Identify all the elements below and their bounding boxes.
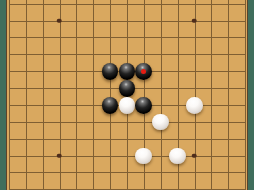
board-cell[interactable] (17, 97, 34, 114)
board-cell[interactable] (51, 97, 68, 114)
board-cell[interactable] (85, 181, 102, 190)
white-stone (169, 148, 186, 165)
star-point (192, 19, 197, 24)
board-cell[interactable] (186, 131, 203, 148)
board-cell[interactable] (34, 164, 51, 181)
board-cell[interactable] (0, 181, 17, 190)
board-cell[interactable] (169, 0, 186, 12)
board-cell[interactable] (169, 114, 186, 131)
board-cell[interactable] (34, 80, 51, 97)
board-cell[interactable] (135, 12, 152, 29)
board-cell[interactable] (135, 63, 152, 80)
board-cell[interactable] (237, 29, 254, 46)
board-cell[interactable] (186, 29, 203, 46)
board-cell[interactable] (0, 63, 17, 80)
board-cell[interactable] (34, 12, 51, 29)
board-cell[interactable] (102, 114, 119, 131)
board-cell[interactable] (51, 164, 68, 181)
board-cell[interactable] (51, 114, 68, 131)
board-cell[interactable] (203, 0, 220, 12)
board-cell[interactable] (152, 29, 169, 46)
board-cell[interactable] (85, 63, 102, 80)
gomoku-app-screen (0, 0, 254, 190)
board-cell[interactable] (169, 63, 186, 80)
board-cell[interactable] (51, 181, 68, 190)
board-cell[interactable] (152, 114, 169, 131)
board-cell[interactable] (135, 164, 152, 181)
board-cell[interactable] (186, 114, 203, 131)
board-cell[interactable] (68, 131, 85, 148)
board-cell[interactable] (237, 114, 254, 131)
board-cell[interactable] (102, 63, 119, 80)
board-cell[interactable] (152, 131, 169, 148)
board-cell[interactable] (169, 181, 186, 190)
board-cell[interactable] (152, 63, 169, 80)
board-cell[interactable] (68, 12, 85, 29)
board-cell[interactable] (85, 131, 102, 148)
board-cell[interactable] (220, 29, 237, 46)
board-cell[interactable] (17, 63, 34, 80)
board-cell[interactable] (118, 80, 135, 97)
star-point (192, 154, 197, 159)
board-cell[interactable] (152, 181, 169, 190)
board-cell[interactable] (85, 46, 102, 63)
board-cell[interactable] (220, 63, 237, 80)
board-cell[interactable] (17, 147, 34, 164)
board-cell[interactable] (102, 97, 119, 114)
board-cell[interactable] (237, 97, 254, 114)
board-cell[interactable] (85, 97, 102, 114)
board-cell[interactable] (51, 12, 68, 29)
black-stone (135, 97, 152, 114)
board-cell[interactable] (118, 97, 135, 114)
board-cell[interactable] (203, 46, 220, 63)
board-cell[interactable] (118, 29, 135, 46)
board-cell[interactable] (85, 12, 102, 29)
board-cell[interactable] (85, 164, 102, 181)
board-cell[interactable] (17, 29, 34, 46)
board-cell[interactable] (118, 131, 135, 148)
board-cell[interactable] (152, 97, 169, 114)
board-cell[interactable] (85, 147, 102, 164)
board-cell[interactable] (34, 63, 51, 80)
board-cell[interactable] (0, 114, 17, 131)
board-cell[interactable] (102, 131, 119, 148)
board-cell[interactable] (68, 114, 85, 131)
board-cell[interactable] (51, 0, 68, 12)
board-cell[interactable] (17, 46, 34, 63)
board-cell[interactable] (152, 0, 169, 12)
black-stone (135, 63, 152, 80)
board-cell[interactable] (68, 0, 85, 12)
board-cell[interactable] (169, 12, 186, 29)
board-cell[interactable] (186, 63, 203, 80)
board-cell[interactable] (135, 46, 152, 63)
board-cell[interactable] (68, 97, 85, 114)
board-cell[interactable] (152, 80, 169, 97)
board-cell[interactable] (17, 181, 34, 190)
board-cell[interactable] (186, 181, 203, 190)
board-cell[interactable] (102, 80, 119, 97)
board-cell[interactable] (220, 97, 237, 114)
board-cell[interactable] (203, 97, 220, 114)
board-cell[interactable] (118, 63, 135, 80)
board-cell[interactable] (152, 164, 169, 181)
board-cell[interactable] (203, 147, 220, 164)
black-stone (102, 97, 119, 114)
board-cell[interactable] (51, 131, 68, 148)
board-cell[interactable] (220, 147, 237, 164)
star-point (57, 154, 62, 159)
board-cell[interactable] (152, 147, 169, 164)
board-cell[interactable] (237, 181, 254, 190)
board-cell[interactable] (186, 97, 203, 114)
board-cell[interactable] (169, 164, 186, 181)
board-cell[interactable] (152, 12, 169, 29)
board-cell[interactable] (0, 12, 17, 29)
board-cell[interactable] (102, 147, 119, 164)
board-cell[interactable] (169, 80, 186, 97)
board-cell[interactable] (237, 80, 254, 97)
board-cell[interactable] (17, 164, 34, 181)
board-cell[interactable] (237, 63, 254, 80)
board-cell[interactable] (203, 12, 220, 29)
board-cell[interactable] (203, 63, 220, 80)
board-cell[interactable] (220, 46, 237, 63)
board-cell[interactable] (102, 181, 119, 190)
black-stone (102, 63, 119, 80)
star-point (57, 19, 62, 24)
board-cell[interactable] (135, 29, 152, 46)
board-cell[interactable] (85, 0, 102, 12)
board-cell[interactable] (118, 114, 135, 131)
board-cell[interactable] (17, 114, 34, 131)
board-cell[interactable] (0, 46, 17, 63)
board-cell[interactable] (152, 46, 169, 63)
board-cell[interactable] (0, 29, 17, 46)
board-cell[interactable] (102, 29, 119, 46)
board-cell[interactable] (169, 46, 186, 63)
board-cell[interactable] (102, 0, 119, 12)
board-cell[interactable] (68, 181, 85, 190)
board-cell[interactable] (0, 147, 17, 164)
board-cell[interactable] (118, 181, 135, 190)
board-cell[interactable] (220, 80, 237, 97)
board-cell[interactable] (220, 114, 237, 131)
white-stone (186, 97, 203, 114)
black-stone (119, 63, 136, 80)
board-cell[interactable] (17, 131, 34, 148)
board-cell[interactable] (203, 80, 220, 97)
board-cell[interactable] (203, 131, 220, 148)
board-cell[interactable] (237, 46, 254, 63)
board-cell[interactable] (51, 80, 68, 97)
board-cell[interactable] (220, 131, 237, 148)
board-cell[interactable] (203, 29, 220, 46)
board-cell[interactable] (0, 80, 17, 97)
board-cell[interactable] (118, 12, 135, 29)
board-cell[interactable] (51, 29, 68, 46)
board-cell[interactable] (102, 46, 119, 63)
board-cell[interactable] (118, 0, 135, 12)
board-cell[interactable] (17, 80, 34, 97)
board-cell[interactable] (237, 164, 254, 181)
board-cell[interactable] (135, 0, 152, 12)
board-cell[interactable] (34, 114, 51, 131)
board-cell[interactable] (34, 181, 51, 190)
board-cell[interactable] (85, 114, 102, 131)
board-cell[interactable] (220, 181, 237, 190)
board-cell[interactable] (135, 181, 152, 190)
board-cell[interactable] (237, 0, 254, 12)
board-cell[interactable] (220, 164, 237, 181)
board-cell[interactable] (203, 164, 220, 181)
board-cell[interactable] (186, 46, 203, 63)
board-cell[interactable] (135, 80, 152, 97)
board-cell[interactable] (68, 46, 85, 63)
board-cell[interactable] (85, 80, 102, 97)
board-cell[interactable] (220, 12, 237, 29)
board-cell[interactable] (68, 63, 85, 80)
board-cell[interactable] (186, 164, 203, 181)
board-cell[interactable] (17, 12, 34, 29)
board-cell[interactable] (34, 46, 51, 63)
board-cell[interactable] (68, 29, 85, 46)
board-grid (0, 0, 253, 190)
board-cell[interactable] (169, 97, 186, 114)
board-cell[interactable] (34, 131, 51, 148)
board-cell[interactable] (34, 97, 51, 114)
board-cell[interactable] (102, 164, 119, 181)
board-cell[interactable] (34, 147, 51, 164)
board-cell[interactable] (51, 46, 68, 63)
board-cell[interactable] (0, 164, 17, 181)
board-cell[interactable] (34, 0, 51, 12)
board-cell[interactable] (169, 29, 186, 46)
board-cell[interactable] (102, 12, 119, 29)
board-cell[interactable] (17, 0, 34, 12)
board-cell[interactable] (118, 164, 135, 181)
board-cell[interactable] (135, 114, 152, 131)
board-cell[interactable] (186, 80, 203, 97)
black-stone (119, 80, 136, 97)
board-cell[interactable] (34, 29, 51, 46)
board-cell[interactable] (118, 147, 135, 164)
board-cell[interactable] (203, 181, 220, 190)
board-cell[interactable] (118, 46, 135, 63)
board-cell[interactable] (68, 80, 85, 97)
board-cell[interactable] (0, 131, 17, 148)
last-move-marker (141, 69, 146, 74)
white-stone (119, 97, 136, 114)
board-cell[interactable] (85, 29, 102, 46)
board-cell[interactable] (237, 12, 254, 29)
board-cell[interactable] (135, 147, 152, 164)
board-cell[interactable] (135, 97, 152, 114)
board-cell[interactable] (68, 147, 85, 164)
board-cell[interactable] (237, 131, 254, 148)
board-cell[interactable] (220, 0, 237, 12)
board-cell[interactable] (186, 147, 203, 164)
board-cell[interactable] (169, 131, 186, 148)
board-cell[interactable] (0, 0, 17, 12)
board-cell[interactable] (169, 147, 186, 164)
white-stone (152, 114, 169, 131)
board-cell[interactable] (51, 147, 68, 164)
board-cell[interactable] (0, 97, 17, 114)
board-cell[interactable] (186, 0, 203, 12)
board-cell[interactable] (135, 131, 152, 148)
board-cell[interactable] (68, 164, 85, 181)
board-cell[interactable] (203, 114, 220, 131)
board-cell[interactable] (51, 63, 68, 80)
board-cell[interactable] (186, 12, 203, 29)
white-stone (135, 148, 152, 165)
board-cell[interactable] (237, 147, 254, 164)
